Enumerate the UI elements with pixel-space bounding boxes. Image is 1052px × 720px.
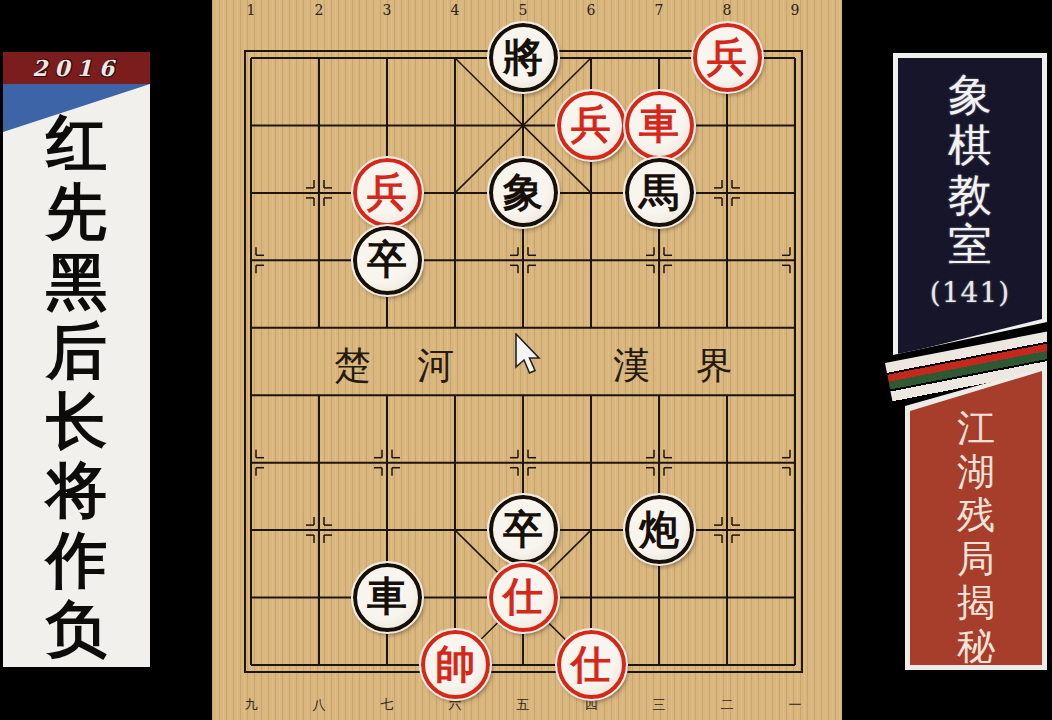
title-char: 湖 <box>957 451 995 495</box>
title-char: 残 <box>957 494 995 538</box>
file-label: 3 <box>353 2 421 18</box>
piece-glyph: 兵 <box>367 172 407 212</box>
title-char: 室 <box>948 220 992 270</box>
piece-glyph: 車 <box>639 104 679 144</box>
file-label: 9 <box>761 2 829 18</box>
piece-black[interactable]: 炮 <box>625 495 694 564</box>
title-char: 揭 <box>957 581 995 625</box>
right-banner-column: 象棋教室 (141) 江湖残局揭秘 <box>880 0 1047 720</box>
file-label: 五 <box>489 696 557 714</box>
piece-black[interactable]: 車 <box>353 563 422 632</box>
file-label: 一 <box>761 696 829 714</box>
file-label: 5 <box>489 2 557 18</box>
piece-black[interactable]: 象 <box>489 158 558 227</box>
topic-title-card: 江湖残局揭秘 <box>905 366 1047 670</box>
series-title-card: 象棋教室 (141) <box>893 53 1047 355</box>
file-label: 九 <box>217 696 285 714</box>
title-char: 负 <box>46 596 107 662</box>
file-labels-top: 123456789 <box>217 2 829 18</box>
mouse-cursor <box>515 333 545 377</box>
file-label: 7 <box>625 2 693 18</box>
piece-glyph: 馬 <box>639 172 679 212</box>
title-char: 秘 <box>957 625 995 669</box>
file-label: 6 <box>557 2 625 18</box>
title-char: 先 <box>46 179 107 245</box>
piece-glyph: 帥 <box>435 644 475 684</box>
file-label: 2 <box>285 2 353 18</box>
title-char: 长 <box>46 388 107 454</box>
piece-black[interactable]: 卒 <box>489 495 558 564</box>
file-labels-bottom: 九八七六五四三二一 <box>217 696 829 714</box>
title-char: 作 <box>46 527 107 593</box>
title-char: 江 <box>957 407 995 451</box>
piece-black[interactable]: 卒 <box>353 226 422 295</box>
piece-glyph: 仕 <box>503 576 543 616</box>
title-char: 局 <box>957 538 995 582</box>
piece-red[interactable]: 兵 <box>557 91 626 160</box>
piece-red[interactable]: 兵 <box>693 23 762 92</box>
file-label: 七 <box>353 696 421 714</box>
piece-red[interactable]: 車 <box>625 91 694 160</box>
piece-black[interactable]: 將 <box>489 23 558 92</box>
episode-number: (141) <box>930 276 1010 309</box>
title-char: 红 <box>46 110 107 176</box>
file-label: 1 <box>217 2 285 18</box>
file-label: 4 <box>421 2 489 18</box>
title-char: 黑 <box>46 249 107 315</box>
piece-glyph: 兵 <box>707 37 747 77</box>
topic-title-card-inner: 江湖残局揭秘 <box>910 371 1042 665</box>
piece-glyph: 仕 <box>571 644 611 684</box>
piece-red[interactable]: 兵 <box>353 158 422 227</box>
title-char: 将 <box>46 457 107 523</box>
file-label: 三 <box>625 696 693 714</box>
piece-black[interactable]: 馬 <box>625 158 694 227</box>
piece-glyph: 炮 <box>639 509 679 549</box>
year-banner: 2016 <box>3 52 150 84</box>
piece-glyph: 將 <box>503 37 543 77</box>
piece-glyph: 象 <box>503 172 543 212</box>
title-char: 教 <box>948 170 992 220</box>
piece-glyph: 兵 <box>571 104 611 144</box>
file-label: 八 <box>285 696 353 714</box>
video-frame: 2016 红先黑后长将作负 123456789 九八七六五四三二一 楚河 漢界 … <box>0 0 1052 720</box>
piece-glyph: 卒 <box>503 509 543 549</box>
title-char: 后 <box>46 318 107 384</box>
title-char: 象 <box>948 70 992 120</box>
piece-red[interactable]: 仕 <box>557 630 626 699</box>
series-title-card-inner: 象棋教室 (141) <box>898 58 1042 355</box>
left-vertical-title: 红先黑后长将作负 <box>3 110 150 662</box>
left-banner-panel: 2016 红先黑后长将作负 <box>3 52 150 667</box>
piece-glyph: 車 <box>367 576 407 616</box>
piece-glyph: 卒 <box>367 239 407 279</box>
piece-red[interactable]: 仕 <box>489 563 558 632</box>
piece-red[interactable]: 帥 <box>421 630 490 699</box>
file-label: 8 <box>693 2 761 18</box>
file-label: 二 <box>693 696 761 714</box>
series-title-vertical: 象棋教室 <box>948 70 992 270</box>
title-char: 棋 <box>948 120 992 170</box>
topic-title-vertical: 江湖残局揭秘 <box>957 407 995 668</box>
xiangqi-board[interactable]: 123456789 九八七六五四三二一 楚河 漢界 將兵兵車兵象馬卒卒炮車仕帥仕 <box>212 0 842 720</box>
